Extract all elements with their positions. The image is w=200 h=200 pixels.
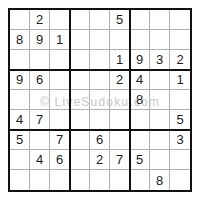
cell-r9c2[interactable] <box>30 170 50 190</box>
cell-r8c8[interactable] <box>150 150 170 170</box>
cell-r2c6[interactable] <box>110 30 130 50</box>
given-digit: 7 <box>116 153 123 166</box>
cell-r1c5[interactable] <box>90 10 110 30</box>
sudoku-board: 2589119329624184755763462758 © LiveSudok… <box>8 8 192 192</box>
cell-r7c2[interactable] <box>30 130 50 150</box>
cell-r9c8: 8 <box>150 170 170 190</box>
cell-r1c2: 2 <box>30 10 50 30</box>
given-digit: 4 <box>136 73 143 86</box>
cell-r4c2: 6 <box>30 70 50 90</box>
cell-r8c2: 4 <box>30 150 50 170</box>
cell-r7c1: 5 <box>10 130 30 150</box>
given-digit: 5 <box>116 13 123 26</box>
cell-r4c4[interactable] <box>70 70 90 90</box>
given-digit: 2 <box>36 13 43 26</box>
cell-r8c5: 2 <box>90 150 110 170</box>
cell-r9c7[interactable] <box>130 170 150 190</box>
cell-r1c7[interactable] <box>130 10 150 30</box>
cell-r6c8[interactable] <box>150 110 170 130</box>
cell-r3c1[interactable] <box>10 50 30 70</box>
given-digit: 1 <box>56 33 63 46</box>
cell-r3c7: 9 <box>130 50 150 70</box>
given-digit: 3 <box>156 53 163 66</box>
given-digit: 2 <box>176 53 183 66</box>
cell-r8c3: 6 <box>50 150 70 170</box>
cell-r6c7[interactable] <box>130 110 150 130</box>
given-digit: 7 <box>36 113 43 126</box>
cell-r9c6[interactable] <box>110 170 130 190</box>
given-digit: 1 <box>176 73 183 86</box>
given-digit: 2 <box>96 153 103 166</box>
cell-r5c2[interactable] <box>30 90 50 110</box>
given-digit: 3 <box>176 133 183 146</box>
given-digit: 9 <box>16 73 23 86</box>
cell-r3c2[interactable] <box>30 50 50 70</box>
cell-r7c5: 6 <box>90 130 110 150</box>
cell-r9c3[interactable] <box>50 170 70 190</box>
given-digit: 6 <box>36 73 43 86</box>
cell-r7c9: 3 <box>170 130 190 150</box>
cell-r6c4[interactable] <box>70 110 90 130</box>
cell-r4c5[interactable] <box>90 70 110 90</box>
given-digit: 9 <box>36 33 43 46</box>
given-digit: 8 <box>156 174 163 187</box>
cell-r7c8[interactable] <box>150 130 170 150</box>
cell-r4c6: 2 <box>110 70 130 90</box>
cell-r9c1[interactable] <box>10 170 30 190</box>
cell-r3c8: 3 <box>150 50 170 70</box>
given-digit: 2 <box>116 73 123 86</box>
cell-r2c8[interactable] <box>150 30 170 50</box>
cell-r7c7[interactable] <box>130 130 150 150</box>
cell-r5c4[interactable] <box>70 90 90 110</box>
cell-r7c3: 7 <box>50 130 70 150</box>
cell-r1c9[interactable] <box>170 10 190 30</box>
cell-r2c9[interactable] <box>170 30 190 50</box>
cell-r9c5[interactable] <box>90 170 110 190</box>
cell-r6c6[interactable] <box>110 110 130 130</box>
cell-r1c3[interactable] <box>50 10 70 30</box>
cell-r4c3[interactable] <box>50 70 70 90</box>
cell-r2c7[interactable] <box>130 30 150 50</box>
sudoku-page: 2589119329624184755763462758 © LiveSudok… <box>0 0 200 200</box>
cell-r5c8[interactable] <box>150 90 170 110</box>
cell-r5c3[interactable] <box>50 90 70 110</box>
box-line-vertical-right <box>129 10 131 190</box>
cell-r5c7: 8 <box>130 90 150 110</box>
cell-r8c1[interactable] <box>10 150 30 170</box>
cell-r2c5[interactable] <box>90 30 110 50</box>
given-digit: 6 <box>96 133 103 146</box>
given-digit: 8 <box>16 33 23 46</box>
cell-r3c6: 1 <box>110 50 130 70</box>
cell-r8c6: 7 <box>110 150 130 170</box>
cell-r3c3[interactable] <box>50 50 70 70</box>
cell-r2c3: 1 <box>50 30 70 50</box>
cell-r9c4[interactable] <box>70 170 90 190</box>
cell-r2c4[interactable] <box>70 30 90 50</box>
cell-r6c5[interactable] <box>90 110 110 130</box>
cell-r1c6: 5 <box>110 10 130 30</box>
cell-r5c5[interactable] <box>90 90 110 110</box>
cell-r8c7: 5 <box>130 150 150 170</box>
given-digit: 4 <box>16 113 23 126</box>
cell-r4c7: 4 <box>130 70 150 90</box>
cell-r6c3[interactable] <box>50 110 70 130</box>
cell-r6c9: 5 <box>170 110 190 130</box>
cell-r3c9: 2 <box>170 50 190 70</box>
cell-r7c6[interactable] <box>110 130 130 150</box>
cell-r3c4[interactable] <box>70 50 90 70</box>
given-digit: 9 <box>136 53 143 66</box>
given-digit: 7 <box>56 133 63 146</box>
cell-r6c1: 4 <box>10 110 30 130</box>
cell-r4c8[interactable] <box>150 70 170 90</box>
given-digit: 1 <box>116 53 123 66</box>
box-line-vertical-left <box>69 10 71 190</box>
given-digit: 4 <box>36 153 43 166</box>
cell-r1c8[interactable] <box>150 10 170 30</box>
cell-r4c9: 1 <box>170 70 190 90</box>
cell-r9c9[interactable] <box>170 170 190 190</box>
cell-r2c1: 8 <box>10 30 30 50</box>
given-digit: 8 <box>136 93 143 106</box>
cell-r4c1: 9 <box>10 70 30 90</box>
cell-r5c6[interactable] <box>110 90 130 110</box>
cell-r2c2: 9 <box>30 30 50 50</box>
given-digit: 5 <box>176 113 183 126</box>
given-digit: 5 <box>16 133 23 146</box>
cell-r5c1[interactable] <box>10 90 30 110</box>
cell-r5c9[interactable] <box>170 90 190 110</box>
cell-r6c2: 7 <box>30 110 50 130</box>
box-line-horizontal-bottom <box>10 129 190 131</box>
cell-r1c4[interactable] <box>70 10 90 30</box>
cell-r8c9[interactable] <box>170 150 190 170</box>
given-digit: 6 <box>56 153 63 166</box>
cell-r1c1[interactable] <box>10 10 30 30</box>
sudoku-grid: 2589119329624184755763462758 <box>10 10 190 190</box>
cell-r7c4[interactable] <box>70 130 90 150</box>
cell-r8c4[interactable] <box>70 150 90 170</box>
given-digit: 5 <box>136 153 143 166</box>
cell-r3c5[interactable] <box>90 50 110 70</box>
box-line-horizontal-top <box>10 69 190 71</box>
